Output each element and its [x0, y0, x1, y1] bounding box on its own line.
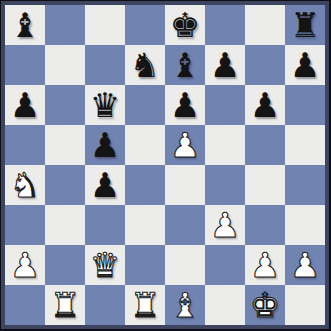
square-e8[interactable]: ♚	[165, 5, 205, 45]
black-king-e8[interactable]: ♚	[170, 5, 200, 45]
square-f5[interactable]	[205, 125, 245, 165]
square-h1[interactable]	[285, 285, 325, 325]
square-e5[interactable]: ♟	[165, 125, 205, 165]
white-pawn-g2[interactable]: ♟	[250, 245, 280, 285]
square-c7[interactable]	[85, 45, 125, 85]
square-d7[interactable]: ♞	[125, 45, 165, 85]
square-b4[interactable]	[45, 165, 85, 205]
square-b3[interactable]	[45, 205, 85, 245]
square-d3[interactable]	[125, 205, 165, 245]
white-rook-d1[interactable]: ♜	[130, 285, 160, 325]
chess-board-frame: ♝♚♜♞♝♟♟♟♛♟♟♟♟♞♟♟♟♛♟♟♜♜♝♚	[0, 0, 331, 331]
square-h4[interactable]	[285, 165, 325, 205]
black-pawn-e6[interactable]: ♟	[170, 85, 200, 125]
square-c4[interactable]: ♟	[85, 165, 125, 205]
white-pawn-h2[interactable]: ♟	[290, 245, 320, 285]
square-g8[interactable]	[245, 5, 285, 45]
black-pawn-a6[interactable]: ♟	[10, 85, 40, 125]
square-d8[interactable]	[125, 5, 165, 45]
square-d4[interactable]	[125, 165, 165, 205]
square-f1[interactable]	[205, 285, 245, 325]
white-king-g1[interactable]: ♚	[250, 285, 280, 325]
square-a1[interactable]	[5, 285, 45, 325]
square-g4[interactable]	[245, 165, 285, 205]
square-c6[interactable]: ♛	[85, 85, 125, 125]
square-g1[interactable]: ♚	[245, 285, 285, 325]
square-h6[interactable]	[285, 85, 325, 125]
square-a5[interactable]	[5, 125, 45, 165]
square-h7[interactable]: ♟	[285, 45, 325, 85]
square-b6[interactable]	[45, 85, 85, 125]
square-e2[interactable]	[165, 245, 205, 285]
black-pawn-c4[interactable]: ♟	[90, 165, 120, 205]
square-g2[interactable]: ♟	[245, 245, 285, 285]
square-h8[interactable]: ♜	[285, 5, 325, 45]
black-pawn-g6[interactable]: ♟	[250, 85, 280, 125]
square-d1[interactable]: ♜	[125, 285, 165, 325]
square-f7[interactable]: ♟	[205, 45, 245, 85]
square-b1[interactable]: ♜	[45, 285, 85, 325]
square-b8[interactable]	[45, 5, 85, 45]
white-pawn-e5[interactable]: ♟	[170, 125, 200, 165]
square-e7[interactable]: ♝	[165, 45, 205, 85]
white-bishop-e1[interactable]: ♝	[170, 285, 200, 325]
square-b5[interactable]	[45, 125, 85, 165]
square-f8[interactable]	[205, 5, 245, 45]
white-knight-a4[interactable]: ♞	[10, 165, 40, 205]
black-rook-h8[interactable]: ♜	[290, 5, 320, 45]
square-a7[interactable]	[5, 45, 45, 85]
square-g3[interactable]	[245, 205, 285, 245]
square-b7[interactable]	[45, 45, 85, 85]
square-h2[interactable]: ♟	[285, 245, 325, 285]
square-a4[interactable]: ♞	[5, 165, 45, 205]
square-e3[interactable]	[165, 205, 205, 245]
white-pawn-f3[interactable]: ♟	[210, 205, 240, 245]
square-e4[interactable]	[165, 165, 205, 205]
black-bishop-a8[interactable]: ♝	[10, 5, 40, 45]
square-a8[interactable]: ♝	[5, 5, 45, 45]
square-c3[interactable]	[85, 205, 125, 245]
square-h5[interactable]	[285, 125, 325, 165]
white-queen-c2[interactable]: ♛	[90, 245, 120, 285]
square-d6[interactable]	[125, 85, 165, 125]
white-pawn-a2[interactable]: ♟	[10, 245, 40, 285]
square-f4[interactable]	[205, 165, 245, 205]
black-bishop-e7[interactable]: ♝	[170, 45, 200, 85]
square-g6[interactable]: ♟	[245, 85, 285, 125]
black-knight-d7[interactable]: ♞	[130, 45, 160, 85]
black-pawn-h7[interactable]: ♟	[290, 45, 320, 85]
white-rook-b1[interactable]: ♜	[50, 285, 80, 325]
square-e6[interactable]: ♟	[165, 85, 205, 125]
square-c8[interactable]	[85, 5, 125, 45]
square-e1[interactable]: ♝	[165, 285, 205, 325]
square-g5[interactable]	[245, 125, 285, 165]
square-f3[interactable]: ♟	[205, 205, 245, 245]
square-a2[interactable]: ♟	[5, 245, 45, 285]
square-g7[interactable]	[245, 45, 285, 85]
black-pawn-c5[interactable]: ♟	[90, 125, 120, 165]
black-pawn-f7[interactable]: ♟	[210, 45, 240, 85]
square-h3[interactable]	[285, 205, 325, 245]
square-c2[interactable]: ♛	[85, 245, 125, 285]
square-c5[interactable]: ♟	[85, 125, 125, 165]
square-d2[interactable]	[125, 245, 165, 285]
chess-board: ♝♚♜♞♝♟♟♟♛♟♟♟♟♞♟♟♟♛♟♟♜♜♝♚	[5, 5, 325, 325]
square-a6[interactable]: ♟	[5, 85, 45, 125]
square-f6[interactable]	[205, 85, 245, 125]
square-b2[interactable]	[45, 245, 85, 285]
black-queen-c6[interactable]: ♛	[90, 85, 120, 125]
square-f2[interactable]	[205, 245, 245, 285]
square-d5[interactable]	[125, 125, 165, 165]
square-c1[interactable]	[85, 285, 125, 325]
square-a3[interactable]	[5, 205, 45, 245]
